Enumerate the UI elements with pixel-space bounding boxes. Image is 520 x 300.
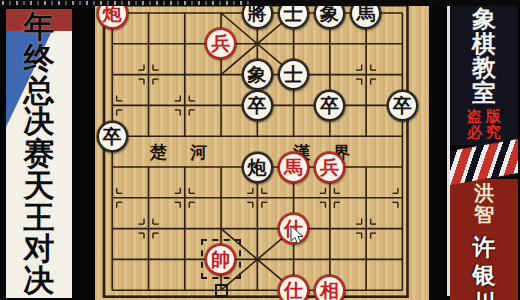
piece-red-elephant[interactable]: 相	[314, 275, 345, 300]
players-panel: 洪智 许银川	[450, 179, 518, 300]
left-banner-char: 赛	[24, 138, 55, 169]
warning-line-2: 必究	[463, 124, 505, 140]
left-banner-char: 年	[24, 11, 55, 42]
player1-char: 智	[474, 204, 494, 225]
piece-black-elephant[interactable]: 象	[242, 59, 273, 90]
player-name-xu-yinchuan: 许银川	[473, 231, 496, 300]
channel-title-char: 象	[472, 7, 496, 32]
left-banner-char: 对	[24, 233, 55, 264]
left-banner-text: 年终总决赛天王对决	[6, 9, 72, 298]
left-banner-char: 决	[24, 265, 55, 296]
video-top-strip	[0, 0, 520, 6]
piece-red-advisor[interactable]: 仕	[278, 275, 309, 300]
piece-black-advisor[interactable]: 士	[278, 59, 309, 90]
left-event-banner: 年终总决赛天王对决	[6, 9, 72, 298]
video-frame: 楚河 漢界 炮將士象馬兵象士卒卒卒卒炮馬兵仕帥仕相 年终总决赛天王对决 象棋教室…	[0, 0, 520, 300]
channel-title: 象棋教室 盗版 必究	[450, 2, 518, 145]
piece-black-soldier[interactable]: 卒	[314, 90, 345, 121]
player2-char: 川	[473, 291, 496, 300]
left-banner-char: 王	[24, 202, 55, 233]
player1-char: 洪	[474, 183, 494, 204]
player2-char: 银	[473, 263, 496, 287]
piece-red-soldier[interactable]: 兵	[205, 28, 236, 59]
pieces-layer: 炮將士象馬兵象士卒卒卒卒炮馬兵仕帥仕相	[94, 0, 420, 300]
channel-title-char: 教	[472, 56, 496, 81]
piece-red-soldier[interactable]: 兵	[314, 152, 345, 183]
left-banner-char: 终	[24, 43, 55, 74]
right-channel-banner: 象棋教室 盗版 必究 洪智 许银川	[447, 2, 518, 296]
warning-line-1: 盗版	[463, 108, 505, 124]
player2-char: 许	[473, 235, 496, 259]
left-banner-char: 决	[24, 106, 55, 137]
piece-black-soldier[interactable]: 卒	[97, 121, 128, 152]
piece-red-horse[interactable]: 馬	[278, 152, 309, 183]
mouse-cursor-icon	[290, 225, 306, 247]
piece-black-cannon[interactable]: 炮	[242, 152, 273, 183]
piece-red-general[interactable]: 帥	[205, 244, 236, 275]
clipped-text-fragments	[2, 1, 254, 5]
channel-title-chars: 象棋教室	[472, 7, 496, 105]
left-banner-char: 总	[24, 75, 55, 106]
left-banner-char: 天	[24, 170, 55, 201]
piece-black-soldier[interactable]: 卒	[242, 90, 273, 121]
piracy-warning: 盗版 必究	[463, 108, 505, 140]
piece-black-soldier[interactable]: 卒	[387, 90, 418, 121]
channel-title-char: 室	[472, 81, 496, 106]
player-name-hong-zhi: 洪智	[474, 183, 494, 225]
